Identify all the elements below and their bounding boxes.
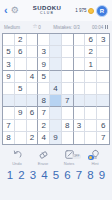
cell-r7c7[interactable]: [74, 107, 86, 119]
cell-r8c1[interactable]: 7: [3, 120, 15, 132]
cell-r4c6[interactable]: [62, 71, 74, 83]
cell-r6c8[interactable]: [85, 95, 97, 107]
cell-r2c7[interactable]: [74, 46, 86, 58]
cell-r5c4[interactable]: [38, 83, 50, 95]
cell-r3c9[interactable]: [97, 58, 109, 70]
back-icon[interactable]: ‹: [4, 5, 8, 16]
cell-r5c6[interactable]: [62, 83, 74, 95]
cell-r3c1[interactable]: 3: [3, 58, 15, 70]
cell-r4c2[interactable]: [15, 71, 27, 83]
cell-r4c3[interactable]: 4: [27, 71, 39, 83]
cell-r9c6[interactable]: [62, 132, 74, 144]
trophy-counter: ☆ 0: [32, 24, 40, 30]
trophy-count: 0: [38, 25, 41, 30]
cell-r7c3[interactable]: 6: [27, 107, 39, 119]
cell-r3c2[interactable]: [15, 58, 27, 70]
cell-r6c6[interactable]: 7: [62, 95, 74, 107]
cell-r2c4[interactable]: 3: [38, 46, 50, 58]
cell-r4c8[interactable]: [85, 71, 97, 83]
cell-r8c6[interactable]: 8: [62, 120, 74, 132]
numpad-7[interactable]: 7: [74, 170, 84, 182]
cell-r5c1[interactable]: [3, 83, 15, 95]
hint-coin-badge: [88, 155, 94, 160]
timer-value: 00:04: [92, 25, 103, 30]
undo-icon: [12, 149, 23, 160]
trophy-icon: ☆: [32, 24, 37, 30]
notes-button[interactable]: OFF Notes: [60, 149, 78, 166]
cell-r2c9[interactable]: [97, 46, 109, 58]
cell-r9c9[interactable]: 7: [97, 132, 109, 144]
cell-r7c1[interactable]: [3, 107, 15, 119]
sudoku-board: 263563239194554879677283682497: [2, 33, 110, 145]
cell-r5c7[interactable]: [74, 83, 86, 95]
cell-r4c5[interactable]: [50, 71, 62, 83]
cell-r7c6[interactable]: [62, 107, 74, 119]
cell-r5c3[interactable]: [27, 83, 39, 95]
pause-icon[interactable]: [105, 25, 108, 29]
cell-r1c1[interactable]: [3, 34, 15, 46]
cell-r1c4[interactable]: [38, 34, 50, 46]
numpad-5[interactable]: 5: [51, 170, 61, 182]
numpad-9[interactable]: 9: [97, 170, 107, 182]
mistakes-label: Mistakes: 0/3: [53, 25, 80, 30]
toolbar: Undo Erase OFF Notes Hint: [0, 149, 112, 166]
cell-r4c4[interactable]: 5: [38, 71, 50, 83]
cell-r4c9[interactable]: [97, 71, 109, 83]
cell-r1c5[interactable]: [50, 34, 62, 46]
cell-r8c4[interactable]: 2: [38, 120, 50, 132]
numpad-1[interactable]: 1: [5, 170, 15, 182]
eraser-icon: [38, 149, 49, 160]
cell-r7c2[interactable]: 9: [15, 107, 27, 119]
cell-r2c5[interactable]: [50, 46, 62, 58]
cell-r7c9[interactable]: [97, 107, 109, 119]
hint-button[interactable]: Hint: [86, 149, 104, 166]
cell-r2c6[interactable]: [62, 46, 74, 58]
numpad-6[interactable]: 6: [63, 170, 73, 182]
cell-r4c7[interactable]: [74, 71, 86, 83]
cell-r6c2[interactable]: [15, 95, 27, 107]
cell-r9c1[interactable]: 8: [3, 132, 15, 144]
cell-r1c7[interactable]: [74, 34, 86, 46]
cell-r2c2[interactable]: 6: [15, 46, 27, 58]
cell-r8c7[interactable]: 3: [74, 120, 86, 132]
cell-r2c3[interactable]: [27, 46, 39, 58]
cell-r9c3[interactable]: 2: [27, 132, 39, 144]
coin-balance[interactable]: 1 975: [75, 8, 94, 14]
numpad-8[interactable]: 8: [86, 170, 96, 182]
undo-button[interactable]: Undo: [8, 149, 26, 166]
cell-r9c8[interactable]: [85, 132, 97, 144]
top-bar: ‹ ⚙ SUDOKU CLUB 1 975 R: [0, 0, 112, 21]
cell-r3c3[interactable]: [27, 58, 39, 70]
timer-group: 00:04: [92, 25, 108, 30]
cell-r7c5[interactable]: [50, 107, 62, 119]
coin-icon: [88, 8, 94, 14]
cell-r8c9[interactable]: 6: [97, 120, 109, 132]
cell-r3c7[interactable]: [74, 58, 86, 70]
app-subtitle: CLUB: [19, 12, 75, 16]
cell-r9c5[interactable]: 9: [50, 132, 62, 144]
cell-r9c7[interactable]: [74, 132, 86, 144]
avatar[interactable]: R: [96, 5, 108, 17]
cell-r8c3[interactable]: [27, 120, 39, 132]
notes-toggle-badge: OFF: [72, 154, 81, 159]
cell-r7c4[interactable]: 7: [38, 107, 50, 119]
sudoku-app: ‹ ⚙ SUDOKU CLUB 1 975 R Medium ☆ 0 Mista…: [0, 0, 112, 200]
status-bar: Medium ☆ 0 Mistakes: 0/3 00:04: [0, 21, 112, 33]
numpad-3[interactable]: 3: [28, 170, 38, 182]
settings-gear-icon[interactable]: ⚙: [11, 6, 19, 15]
cell-r6c1[interactable]: [3, 95, 15, 107]
cell-r5c2[interactable]: 5: [15, 83, 27, 95]
erase-label: Erase: [38, 161, 48, 166]
cell-r7c8[interactable]: [85, 107, 97, 119]
cell-r4c1[interactable]: 9: [3, 71, 15, 83]
numpad: 123456789: [0, 170, 112, 182]
hint-label: Hint: [91, 161, 98, 166]
cell-r9c4[interactable]: 4: [38, 132, 50, 144]
cell-r2c8[interactable]: 2: [85, 46, 97, 58]
coin-balance-value: 1 975: [75, 8, 86, 13]
cell-r9c2[interactable]: [15, 132, 27, 144]
cell-r1c6[interactable]: [62, 34, 74, 46]
notes-label: Notes: [64, 161, 74, 166]
cell-r3c6[interactable]: [62, 58, 74, 70]
hint-coin-icon: [89, 156, 92, 159]
cell-r1c9[interactable]: 3: [97, 34, 109, 46]
app-title-block: SUDOKU CLUB: [19, 5, 75, 16]
cell-r6c9[interactable]: [97, 95, 109, 107]
cell-r6c7[interactable]: [74, 95, 86, 107]
cell-r5c8[interactable]: [85, 83, 97, 95]
cell-r2c1[interactable]: 5: [3, 46, 15, 58]
cell-r6c5[interactable]: [50, 95, 62, 107]
numpad-2[interactable]: 2: [17, 170, 27, 182]
cell-r8c5[interactable]: [50, 120, 62, 132]
erase-button[interactable]: Erase: [34, 149, 52, 166]
cell-r5c5[interactable]: 4: [50, 83, 62, 95]
cell-r8c8[interactable]: [85, 120, 97, 132]
difficulty-label: Medium: [4, 25, 20, 30]
cell-r3c4[interactable]: 9: [38, 58, 50, 70]
cell-r8c2[interactable]: [15, 120, 27, 132]
cell-r3c8[interactable]: 1: [85, 58, 97, 70]
cell-r1c3[interactable]: [27, 34, 39, 46]
cell-r1c2[interactable]: 2: [15, 34, 27, 46]
numpad-4[interactable]: 4: [40, 170, 50, 182]
cell-r3c5[interactable]: [50, 58, 62, 70]
cell-r6c4[interactable]: 8: [38, 95, 50, 107]
undo-label: Undo: [12, 161, 22, 166]
cell-r6c3[interactable]: [27, 95, 39, 107]
cell-r5c9[interactable]: [97, 83, 109, 95]
cell-r1c8[interactable]: 6: [85, 34, 97, 46]
